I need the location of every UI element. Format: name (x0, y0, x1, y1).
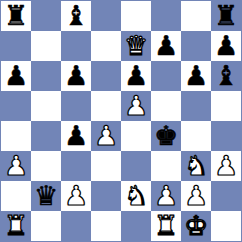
square-a6[interactable]: ♟ (1, 61, 31, 91)
chess-board-container: ♜♝♜♛♟♟♟♟♟♟♝♟♟♟♚♟♞♟♛♟♞♟♟♜♜♚ (0, 0, 242, 242)
square-f4[interactable]: ♚ (151, 121, 181, 151)
square-d2[interactable] (91, 181, 121, 211)
square-e8[interactable] (121, 1, 151, 31)
square-e2[interactable]: ♞ (121, 181, 151, 211)
square-f3[interactable] (151, 151, 181, 181)
white-queen[interactable]: ♛ (124, 32, 148, 59)
square-c4[interactable]: ♟ (61, 121, 91, 151)
black-king[interactable]: ♚ (154, 122, 178, 149)
white-pawn[interactable]: ♟ (94, 122, 118, 149)
square-b6[interactable] (31, 61, 61, 91)
square-h8[interactable]: ♜ (211, 1, 241, 31)
square-h3[interactable]: ♟ (211, 151, 241, 181)
square-c2[interactable]: ♟ (61, 181, 91, 211)
white-rook[interactable]: ♜ (4, 212, 28, 239)
square-a7[interactable] (1, 31, 31, 61)
square-e4[interactable] (121, 121, 151, 151)
square-g4[interactable] (181, 121, 211, 151)
square-c5[interactable] (61, 91, 91, 121)
black-pawn[interactable]: ♟ (4, 62, 28, 89)
square-b2[interactable]: ♛ (31, 181, 61, 211)
white-pawn[interactable]: ♟ (64, 182, 88, 209)
white-pawn[interactable]: ♟ (154, 182, 178, 209)
square-c3[interactable] (61, 151, 91, 181)
square-g1[interactable]: ♚ (181, 211, 211, 241)
square-f6[interactable] (151, 61, 181, 91)
square-d8[interactable] (91, 1, 121, 31)
square-d4[interactable]: ♟ (91, 121, 121, 151)
black-rook[interactable]: ♜ (214, 2, 238, 29)
black-pawn[interactable]: ♟ (64, 122, 88, 149)
white-pawn[interactable]: ♟ (184, 182, 208, 209)
square-a4[interactable] (1, 121, 31, 151)
black-bishop[interactable]: ♝ (64, 2, 88, 29)
square-c6[interactable]: ♟ (61, 61, 91, 91)
white-knight[interactable]: ♞ (124, 182, 148, 209)
square-f2[interactable]: ♟ (151, 181, 181, 211)
square-a2[interactable] (1, 181, 31, 211)
black-queen[interactable]: ♛ (34, 182, 58, 209)
black-pawn[interactable]: ♟ (64, 62, 88, 89)
chess-board: ♜♝♜♛♟♟♟♟♟♟♝♟♟♟♚♟♞♟♛♟♞♟♟♜♜♚ (0, 0, 242, 242)
square-b7[interactable] (31, 31, 61, 61)
square-h7[interactable]: ♟ (211, 31, 241, 61)
square-e6[interactable]: ♟ (121, 61, 151, 91)
square-d3[interactable] (91, 151, 121, 181)
black-bishop[interactable]: ♝ (214, 62, 238, 89)
white-pawn[interactable]: ♟ (124, 92, 148, 119)
square-h5[interactable] (211, 91, 241, 121)
square-e5[interactable]: ♟ (121, 91, 151, 121)
square-e3[interactable] (121, 151, 151, 181)
square-d1[interactable] (91, 211, 121, 241)
square-f8[interactable] (151, 1, 181, 31)
black-pawn[interactable]: ♟ (214, 32, 238, 59)
square-h6[interactable]: ♝ (211, 61, 241, 91)
square-h1[interactable] (211, 211, 241, 241)
square-b3[interactable] (31, 151, 61, 181)
square-h2[interactable] (211, 181, 241, 211)
square-g3[interactable]: ♞ (181, 151, 211, 181)
black-pawn[interactable]: ♟ (184, 62, 208, 89)
square-c1[interactable] (61, 211, 91, 241)
black-rook[interactable]: ♜ (4, 2, 28, 29)
square-b5[interactable] (31, 91, 61, 121)
white-pawn[interactable]: ♟ (214, 152, 238, 179)
square-c8[interactable]: ♝ (61, 1, 91, 31)
square-b1[interactable] (31, 211, 61, 241)
square-e7[interactable]: ♛ (121, 31, 151, 61)
square-a3[interactable]: ♟ (1, 151, 31, 181)
square-g8[interactable] (181, 1, 211, 31)
white-knight[interactable]: ♞ (184, 152, 208, 179)
square-f1[interactable]: ♜ (151, 211, 181, 241)
square-g7[interactable] (181, 31, 211, 61)
white-rook[interactable]: ♜ (154, 212, 178, 239)
square-h4[interactable] (211, 121, 241, 151)
black-pawn[interactable]: ♟ (154, 32, 178, 59)
square-g6[interactable]: ♟ (181, 61, 211, 91)
square-a1[interactable]: ♜ (1, 211, 31, 241)
square-a8[interactable]: ♜ (1, 1, 31, 31)
square-b8[interactable] (31, 1, 61, 31)
square-g2[interactable]: ♟ (181, 181, 211, 211)
square-d5[interactable] (91, 91, 121, 121)
square-d6[interactable] (91, 61, 121, 91)
square-c7[interactable] (61, 31, 91, 61)
black-pawn[interactable]: ♟ (124, 62, 148, 89)
white-king[interactable]: ♚ (184, 212, 208, 239)
square-g5[interactable] (181, 91, 211, 121)
square-f7[interactable]: ♟ (151, 31, 181, 61)
square-e1[interactable] (121, 211, 151, 241)
square-b4[interactable] (31, 121, 61, 151)
square-a5[interactable] (1, 91, 31, 121)
white-pawn[interactable]: ♟ (4, 152, 28, 179)
square-d7[interactable] (91, 31, 121, 61)
square-f5[interactable] (151, 91, 181, 121)
